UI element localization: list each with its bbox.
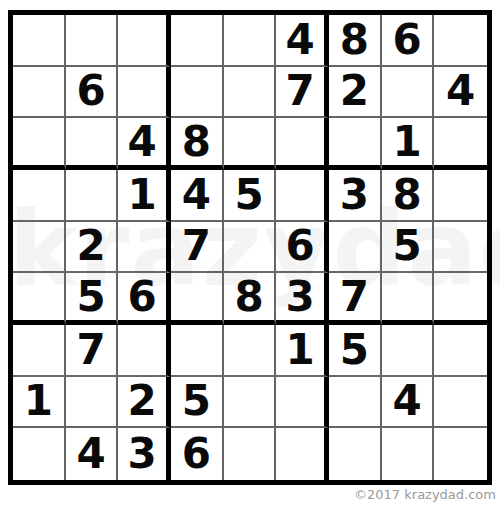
cell-r9c7[interactable]: [329, 428, 382, 480]
cell-r1c3[interactable]: [118, 15, 171, 67]
cell-r4c6[interactable]: [276, 170, 329, 222]
cell-r5c3[interactable]: [118, 222, 171, 274]
cell-r6c9[interactable]: [434, 273, 487, 325]
cell-r2c2[interactable]: 6: [66, 67, 119, 119]
cell-r6c7[interactable]: 7: [329, 273, 382, 325]
cell-r3c7[interactable]: [329, 118, 382, 170]
cell-r2c8[interactable]: [382, 67, 435, 119]
cell-r3c6[interactable]: [276, 118, 329, 170]
cell-r2c5[interactable]: [224, 67, 277, 119]
cell-r1c8[interactable]: 6: [382, 15, 435, 67]
cell-r7c3[interactable]: [118, 325, 171, 377]
cell-r6c2[interactable]: 5: [66, 273, 119, 325]
sudoku-grid: 4866724481145382765568377151254436: [8, 10, 492, 485]
cell-r4c1[interactable]: [13, 170, 66, 222]
cell-r8c1[interactable]: 1: [13, 377, 66, 429]
cell-r8c9[interactable]: [434, 377, 487, 429]
cell-r3c3[interactable]: 4: [118, 118, 171, 170]
cell-r2c9[interactable]: 4: [434, 67, 487, 119]
cell-r7c7[interactable]: 5: [329, 325, 382, 377]
cell-r8c6[interactable]: [276, 377, 329, 429]
cell-r6c4[interactable]: [171, 273, 224, 325]
cell-r2c6[interactable]: 7: [276, 67, 329, 119]
cell-r4c9[interactable]: [434, 170, 487, 222]
cell-r4c3[interactable]: 1: [118, 170, 171, 222]
cell-r4c5[interactable]: 5: [224, 170, 277, 222]
cell-r3c1[interactable]: [13, 118, 66, 170]
cell-r5c1[interactable]: [13, 222, 66, 274]
cell-r6c6[interactable]: 3: [276, 273, 329, 325]
cell-r9c9[interactable]: [434, 428, 487, 480]
cell-r1c9[interactable]: [434, 15, 487, 67]
cell-r1c7[interactable]: 8: [329, 15, 382, 67]
cell-r7c5[interactable]: [224, 325, 277, 377]
cell-r5c7[interactable]: [329, 222, 382, 274]
cell-r1c4[interactable]: [171, 15, 224, 67]
cell-r3c9[interactable]: [434, 118, 487, 170]
cell-r7c4[interactable]: [171, 325, 224, 377]
cell-r7c2[interactable]: 7: [66, 325, 119, 377]
cell-r2c1[interactable]: [13, 67, 66, 119]
cell-r5c2[interactable]: 2: [66, 222, 119, 274]
cell-r1c2[interactable]: [66, 15, 119, 67]
cell-r7c8[interactable]: [382, 325, 435, 377]
cell-r2c4[interactable]: [171, 67, 224, 119]
cell-r4c2[interactable]: [66, 170, 119, 222]
cell-r8c4[interactable]: 5: [171, 377, 224, 429]
cell-r6c8[interactable]: [382, 273, 435, 325]
cell-r1c6[interactable]: 4: [276, 15, 329, 67]
cell-r6c1[interactable]: [13, 273, 66, 325]
cell-r8c8[interactable]: 4: [382, 377, 435, 429]
cell-r9c6[interactable]: [276, 428, 329, 480]
cell-r4c7[interactable]: 3: [329, 170, 382, 222]
cell-r5c4[interactable]: 7: [171, 222, 224, 274]
cell-r7c6[interactable]: 1: [276, 325, 329, 377]
cell-r8c7[interactable]: [329, 377, 382, 429]
cell-r3c5[interactable]: [224, 118, 277, 170]
copyright-credit: ©2017 krazydad.com: [354, 487, 496, 502]
cell-r7c9[interactable]: [434, 325, 487, 377]
cell-r9c1[interactable]: [13, 428, 66, 480]
cell-r3c2[interactable]: [66, 118, 119, 170]
cell-r5c9[interactable]: [434, 222, 487, 274]
cell-r3c4[interactable]: 8: [171, 118, 224, 170]
cell-r2c7[interactable]: 2: [329, 67, 382, 119]
cell-r4c4[interactable]: 4: [171, 170, 224, 222]
cell-r9c4[interactable]: 6: [171, 428, 224, 480]
cell-r8c5[interactable]: [224, 377, 277, 429]
cell-r9c5[interactable]: [224, 428, 277, 480]
cell-r9c2[interactable]: 4: [66, 428, 119, 480]
cell-r5c5[interactable]: [224, 222, 277, 274]
cell-r1c5[interactable]: [224, 15, 277, 67]
cell-r8c2[interactable]: [66, 377, 119, 429]
cell-r9c3[interactable]: 3: [118, 428, 171, 480]
cell-r1c1[interactable]: [13, 15, 66, 67]
cell-r6c3[interactable]: 6: [118, 273, 171, 325]
cell-r7c1[interactable]: [13, 325, 66, 377]
cell-r8c3[interactable]: 2: [118, 377, 171, 429]
cell-r6c5[interactable]: 8: [224, 273, 277, 325]
cell-r5c6[interactable]: 6: [276, 222, 329, 274]
cell-r3c8[interactable]: 1: [382, 118, 435, 170]
cell-r5c8[interactable]: 5: [382, 222, 435, 274]
cell-r4c8[interactable]: 8: [382, 170, 435, 222]
cell-r9c8[interactable]: [382, 428, 435, 480]
cell-r2c3[interactable]: [118, 67, 171, 119]
